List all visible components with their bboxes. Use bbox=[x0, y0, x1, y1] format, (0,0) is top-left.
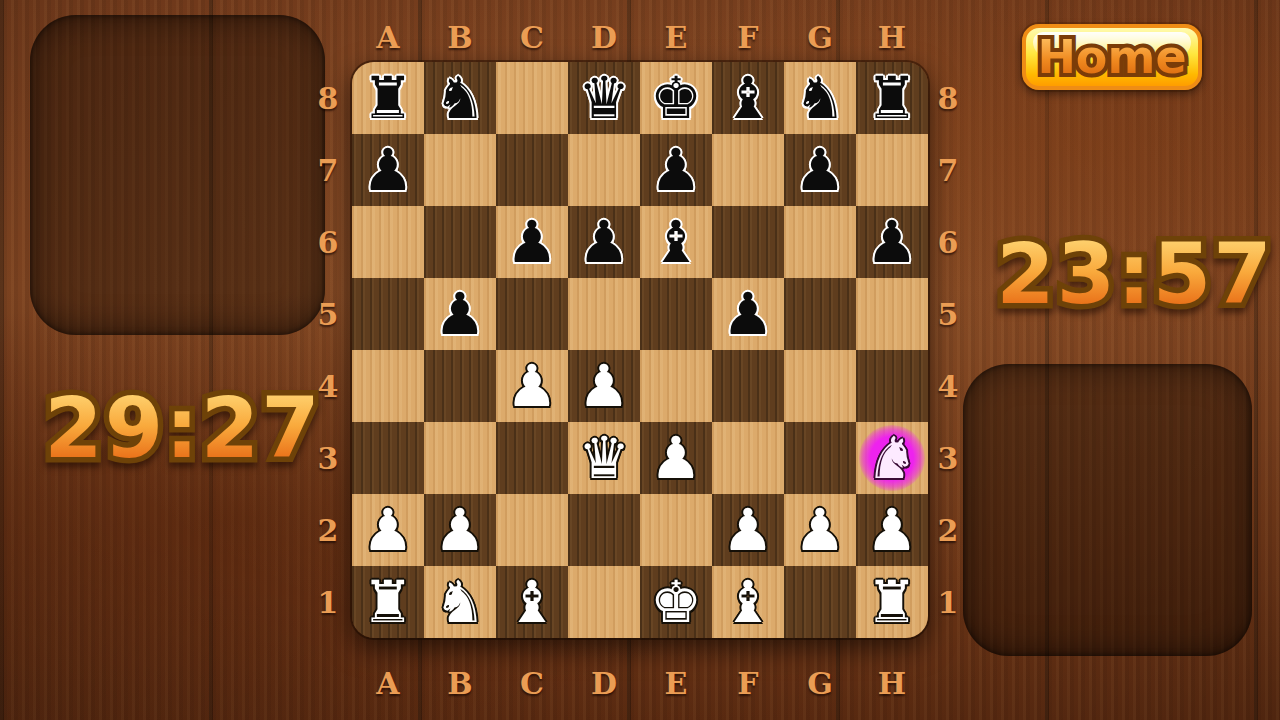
square-d8[interactable]: ♛ bbox=[568, 62, 640, 134]
square-b2[interactable]: ♟ bbox=[424, 494, 496, 566]
file-label-top-b: B bbox=[424, 14, 496, 60]
square-b7[interactable] bbox=[424, 134, 496, 206]
square-f6[interactable] bbox=[712, 206, 784, 278]
file-label-bottom-c: C bbox=[496, 660, 568, 706]
piece-white-pawn[interactable]: ♟ bbox=[362, 494, 414, 566]
rank-label-right-6: 6 bbox=[926, 206, 970, 278]
file-label-top-f: F bbox=[712, 14, 784, 60]
square-f7[interactable] bbox=[712, 134, 784, 206]
square-d3[interactable]: ♛ bbox=[568, 422, 640, 494]
piece-white-pawn[interactable]: ♟ bbox=[722, 494, 774, 566]
square-c5[interactable] bbox=[496, 278, 568, 350]
piece-white-rook[interactable]: ♜ bbox=[362, 566, 414, 638]
square-a6[interactable] bbox=[352, 206, 424, 278]
piece-white-pawn[interactable]: ♟ bbox=[434, 494, 486, 566]
piece-white-queen[interactable]: ♛ bbox=[578, 422, 630, 494]
square-h2[interactable]: ♟ bbox=[856, 494, 928, 566]
piece-white-knight[interactable]: ♞ bbox=[434, 566, 486, 638]
rank-label-right-4: 4 bbox=[926, 350, 970, 422]
home-button[interactable]: Home Home bbox=[1022, 24, 1202, 90]
piece-black-pawn[interactable]: ♟ bbox=[578, 206, 630, 278]
left-clock-value: 29:27 bbox=[33, 382, 333, 474]
piece-black-bishop[interactable]: ♝ bbox=[650, 206, 702, 278]
home-button-label: Home bbox=[1026, 28, 1198, 86]
rank-label-left-8: 8 bbox=[306, 62, 350, 134]
square-f3[interactable] bbox=[712, 422, 784, 494]
square-c8[interactable] bbox=[496, 62, 568, 134]
square-d2[interactable] bbox=[568, 494, 640, 566]
square-g8[interactable]: ♞ bbox=[784, 62, 856, 134]
captured-pieces-tray-left bbox=[30, 15, 325, 335]
rank-label-left-6: 6 bbox=[306, 206, 350, 278]
square-c7[interactable] bbox=[496, 134, 568, 206]
square-g7[interactable]: ♟ bbox=[784, 134, 856, 206]
square-c4[interactable]: ♟ bbox=[496, 350, 568, 422]
left-player-clock: 29:27 29:27 bbox=[33, 382, 333, 474]
square-h3[interactable]: ♞ bbox=[856, 422, 928, 494]
square-f5[interactable]: ♟ bbox=[712, 278, 784, 350]
piece-black-knight[interactable]: ♞ bbox=[434, 62, 486, 134]
square-d4[interactable]: ♟ bbox=[568, 350, 640, 422]
chess-board: ♜♞♛♚♝♞♜♟♟♟♟♟♝♟♟♟♟♟♛♟♞♟♟♟♟♟♜♞♝♚♝♜ bbox=[352, 62, 928, 638]
file-label-bottom-f: F bbox=[712, 660, 784, 706]
piece-black-queen[interactable]: ♛ bbox=[578, 62, 630, 134]
square-a2[interactable]: ♟ bbox=[352, 494, 424, 566]
square-c3[interactable] bbox=[496, 422, 568, 494]
square-a5[interactable] bbox=[352, 278, 424, 350]
file-label-top-a: A bbox=[352, 14, 424, 60]
piece-white-king[interactable]: ♚ bbox=[650, 566, 702, 638]
piece-black-knight[interactable]: ♞ bbox=[794, 62, 846, 134]
square-d7[interactable] bbox=[568, 134, 640, 206]
piece-white-pawn[interactable]: ♟ bbox=[578, 350, 630, 422]
piece-white-pawn[interactable]: ♟ bbox=[650, 422, 702, 494]
square-f8[interactable]: ♝ bbox=[712, 62, 784, 134]
file-label-bottom-b: B bbox=[424, 660, 496, 706]
file-label-bottom-g: G bbox=[784, 660, 856, 706]
rank-label-right-5: 5 bbox=[926, 278, 970, 350]
square-b1[interactable]: ♞ bbox=[424, 566, 496, 638]
piece-black-pawn[interactable]: ♟ bbox=[650, 134, 702, 206]
rank-label-left-5: 5 bbox=[306, 278, 350, 350]
square-h8[interactable]: ♜ bbox=[856, 62, 928, 134]
rank-label-right-1: 1 bbox=[926, 566, 970, 638]
square-d5[interactable] bbox=[568, 278, 640, 350]
square-h6[interactable]: ♟ bbox=[856, 206, 928, 278]
piece-black-pawn[interactable]: ♟ bbox=[506, 206, 558, 278]
file-label-top-c: C bbox=[496, 14, 568, 60]
square-h4[interactable] bbox=[856, 350, 928, 422]
piece-white-pawn[interactable]: ♟ bbox=[794, 494, 846, 566]
piece-black-bishop[interactable]: ♝ bbox=[722, 62, 774, 134]
piece-white-bishop[interactable]: ♝ bbox=[506, 566, 558, 638]
square-g3[interactable] bbox=[784, 422, 856, 494]
rank-label-left-7: 7 bbox=[306, 134, 350, 206]
piece-black-rook[interactable]: ♜ bbox=[362, 62, 414, 134]
square-e2[interactable] bbox=[640, 494, 712, 566]
file-label-bottom-e: E bbox=[640, 660, 712, 706]
piece-black-rook[interactable]: ♜ bbox=[866, 62, 918, 134]
piece-white-bishop[interactable]: ♝ bbox=[722, 566, 774, 638]
square-h7[interactable] bbox=[856, 134, 928, 206]
square-c2[interactable] bbox=[496, 494, 568, 566]
piece-black-pawn[interactable]: ♟ bbox=[722, 278, 774, 350]
file-label-bottom-h: H bbox=[856, 660, 928, 706]
file-label-top-h: H bbox=[856, 14, 928, 60]
piece-white-pawn[interactable]: ♟ bbox=[866, 494, 918, 566]
square-f1[interactable]: ♝ bbox=[712, 566, 784, 638]
square-e4[interactable] bbox=[640, 350, 712, 422]
square-g5[interactable] bbox=[784, 278, 856, 350]
file-label-top-g: G bbox=[784, 14, 856, 60]
square-a3[interactable] bbox=[352, 422, 424, 494]
square-c1[interactable]: ♝ bbox=[496, 566, 568, 638]
square-f2[interactable]: ♟ bbox=[712, 494, 784, 566]
piece-black-pawn[interactable]: ♟ bbox=[434, 278, 486, 350]
square-e6[interactable]: ♝ bbox=[640, 206, 712, 278]
square-e1[interactable]: ♚ bbox=[640, 566, 712, 638]
square-b8[interactable]: ♞ bbox=[424, 62, 496, 134]
square-g6[interactable] bbox=[784, 206, 856, 278]
square-a7[interactable]: ♟ bbox=[352, 134, 424, 206]
square-e5[interactable] bbox=[640, 278, 712, 350]
piece-white-knight[interactable]: ♞ bbox=[866, 422, 918, 494]
square-g1[interactable] bbox=[784, 566, 856, 638]
file-label-top-e: E bbox=[640, 14, 712, 60]
square-b5[interactable]: ♟ bbox=[424, 278, 496, 350]
square-g2[interactable]: ♟ bbox=[784, 494, 856, 566]
square-h1[interactable]: ♜ bbox=[856, 566, 928, 638]
square-e8[interactable]: ♚ bbox=[640, 62, 712, 134]
captured-pieces-tray-right bbox=[963, 364, 1252, 656]
game-screen: ♜♞♛♚♝♞♜♟♟♟♟♟♝♟♟♟♟♟♛♟♞♟♟♟♟♟♜♞♝♚♝♜ AABBCCD… bbox=[0, 0, 1280, 720]
rank-label-left-2: 2 bbox=[306, 494, 350, 566]
square-a1[interactable]: ♜ bbox=[352, 566, 424, 638]
square-b3[interactable] bbox=[424, 422, 496, 494]
square-h5[interactable] bbox=[856, 278, 928, 350]
rank-label-left-1: 1 bbox=[306, 566, 350, 638]
square-c6[interactable]: ♟ bbox=[496, 206, 568, 278]
square-d1[interactable] bbox=[568, 566, 640, 638]
square-e3[interactable]: ♟ bbox=[640, 422, 712, 494]
file-label-bottom-a: A bbox=[352, 660, 424, 706]
piece-black-pawn[interactable]: ♟ bbox=[362, 134, 414, 206]
square-a4[interactable] bbox=[352, 350, 424, 422]
square-d6[interactable]: ♟ bbox=[568, 206, 640, 278]
rank-label-right-3: 3 bbox=[926, 422, 970, 494]
right-player-clock: 23:57 23:57 bbox=[985, 228, 1280, 320]
piece-black-pawn[interactable]: ♟ bbox=[866, 206, 918, 278]
right-clock-value: 23:57 bbox=[985, 228, 1280, 320]
square-f4[interactable] bbox=[712, 350, 784, 422]
rank-label-right-8: 8 bbox=[926, 62, 970, 134]
piece-black-king[interactable]: ♚ bbox=[650, 62, 702, 134]
piece-white-rook[interactable]: ♜ bbox=[866, 566, 918, 638]
piece-white-pawn[interactable]: ♟ bbox=[506, 350, 558, 422]
piece-black-pawn[interactable]: ♟ bbox=[794, 134, 846, 206]
square-b6[interactable] bbox=[424, 206, 496, 278]
square-b4[interactable] bbox=[424, 350, 496, 422]
square-g4[interactable] bbox=[784, 350, 856, 422]
file-label-bottom-d: D bbox=[568, 660, 640, 706]
square-e7[interactable]: ♟ bbox=[640, 134, 712, 206]
file-label-top-d: D bbox=[568, 14, 640, 60]
square-a8[interactable]: ♜ bbox=[352, 62, 424, 134]
rank-label-right-7: 7 bbox=[926, 134, 970, 206]
rank-label-right-2: 2 bbox=[926, 494, 970, 566]
